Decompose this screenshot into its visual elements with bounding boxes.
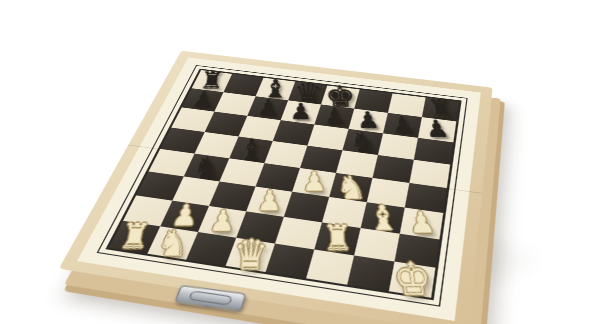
chess-board: ♜♝♛♚♜♟♟♟♟♟♟♟♞♝♞♟♞♟♝♟♟♟♜♜♞♛♚ [109, 70, 459, 298]
metal-clasp [174, 285, 246, 312]
square-h1[interactable]: ♚ [389, 262, 436, 298]
chess-set-photo-scene: ♜♝♛♚♜♟♟♟♟♟♟♟♞♝♞♟♞♟♝♟♟♟♜♜♞♛♚ [0, 0, 600, 324]
inner-border-line: ♜♝♛♚♜♟♟♟♟♟♟♟♞♝♞♟♞♟♝♟♟♟♜♜♞♛♚ [105, 69, 461, 301]
board-margin: ♜♝♛♚♜♟♟♟♟♟♟♟♞♝♞♟♞♟♝♟♟♟♜♜♞♛♚ [77, 57, 481, 321]
outer-border-line: ♜♝♛♚♜♟♟♟♟♟♟♟♞♝♞♟♞♟♝♟♟♟♜♜♞♛♚ [97, 65, 468, 307]
clasp-hook [188, 291, 233, 306]
square-f1[interactable] [306, 249, 354, 284]
square-g1[interactable] [347, 255, 394, 291]
